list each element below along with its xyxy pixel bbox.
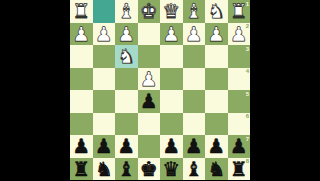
square-g4[interactable] [93,68,116,91]
letterbox-left [0,0,70,180]
square-f1[interactable]: ♝ [115,0,138,23]
square-h6[interactable] [70,113,93,136]
square-e3[interactable] [138,45,161,68]
square-f2[interactable]: ♟ [115,23,138,46]
square-g7[interactable]: ♟ [93,135,116,158]
square-c2[interactable]: ♟ [183,23,206,46]
square-g1[interactable] [93,0,116,23]
square-d7[interactable]: ♟ [160,135,183,158]
rank-label-1: 1 [246,1,249,7]
piece-white-pawn[interactable]: ♟ [140,68,158,91]
square-d8[interactable]: ♛ [160,158,183,181]
square-c8[interactable]: ♝ [183,158,206,181]
square-e6[interactable] [138,113,161,136]
rank-label-8: 8 [246,158,249,164]
square-e8[interactable]: ♚ [138,158,161,181]
square-e7[interactable] [138,135,161,158]
square-d4[interactable] [160,68,183,91]
square-a6[interactable]: 6 [228,113,251,136]
square-b3[interactable] [205,45,228,68]
piece-black-knight[interactable]: ♞ [95,158,113,181]
rank-label-7: 7 [246,136,249,142]
piece-black-knight[interactable]: ♞ [207,158,225,181]
square-e2[interactable] [138,23,161,46]
letterbox-right [250,0,320,180]
square-g3[interactable] [93,45,116,68]
square-h4[interactable] [70,68,93,91]
rank-label-6: 6 [246,113,249,119]
square-h3[interactable] [70,45,93,68]
square-b1[interactable]: ♞ [205,0,228,23]
square-d1[interactable]: ♛ [160,0,183,23]
square-f4[interactable] [115,68,138,91]
piece-black-pawn[interactable]: ♟ [207,135,225,158]
square-c1[interactable]: ♝ [183,0,206,23]
rank-label-4: 4 [246,68,249,74]
square-b5[interactable] [205,90,228,113]
piece-white-queen[interactable]: ♛ [162,0,180,23]
square-a8[interactable]: ♜8 [228,158,251,181]
piece-white-knight[interactable]: ♞ [117,45,135,68]
square-f6[interactable] [115,113,138,136]
square-d3[interactable] [160,45,183,68]
square-f7[interactable]: ♟ [115,135,138,158]
square-h7[interactable]: ♟ [70,135,93,158]
square-a1[interactable]: ♜1 [228,0,251,23]
piece-white-bishop[interactable]: ♝ [185,0,203,23]
piece-black-pawn[interactable]: ♟ [140,90,158,113]
piece-white-pawn[interactable]: ♟ [185,23,203,46]
square-f3[interactable]: ♞ [115,45,138,68]
square-e5[interactable]: ♟ [138,90,161,113]
square-d6[interactable] [160,113,183,136]
piece-white-knight[interactable]: ♞ [207,0,225,23]
square-a5[interactable]: 5 [228,90,251,113]
square-g5[interactable] [93,90,116,113]
square-f8[interactable]: ♝ [115,158,138,181]
rank-label-3: 3 [246,46,249,52]
square-c6[interactable] [183,113,206,136]
piece-white-king[interactable]: ♚ [140,0,158,23]
square-b2[interactable]: ♟ [205,23,228,46]
square-h5[interactable] [70,90,93,113]
square-a2[interactable]: ♟2 [228,23,251,46]
square-a3[interactable]: 3 [228,45,251,68]
piece-white-pawn[interactable]: ♟ [95,23,113,46]
piece-white-pawn[interactable]: ♟ [162,23,180,46]
square-d5[interactable] [160,90,183,113]
square-c3[interactable] [183,45,206,68]
piece-white-bishop[interactable]: ♝ [117,0,135,23]
square-c4[interactable] [183,68,206,91]
piece-black-bishop[interactable]: ♝ [117,158,135,181]
piece-black-bishop[interactable]: ♝ [185,158,203,181]
square-f5[interactable] [115,90,138,113]
piece-white-rook[interactable]: ♜ [72,0,90,23]
square-g2[interactable]: ♟ [93,23,116,46]
piece-white-pawn[interactable]: ♟ [117,23,135,46]
square-c5[interactable] [183,90,206,113]
piece-black-pawn[interactable]: ♟ [95,135,113,158]
square-a7[interactable]: ♟7 [228,135,251,158]
square-b4[interactable] [205,68,228,91]
square-g8[interactable]: ♞ [93,158,116,181]
rank-label-2: 2 [246,23,249,29]
square-h1[interactable]: ♜ [70,0,93,23]
square-b7[interactable]: ♟ [205,135,228,158]
square-h8[interactable]: ♜ [70,158,93,181]
piece-black-queen[interactable]: ♛ [162,158,180,181]
screenshot-root: ♜♝♚♛♝♞♜1♟♟♟♟♟♟♟2♞3♟4♟56♟♟♟♟♟♟♟7♜♞♝♚♛♝♞♜8 [0,0,320,180]
square-e4[interactable]: ♟ [138,68,161,91]
piece-black-rook[interactable]: ♜ [72,158,90,181]
piece-white-pawn[interactable]: ♟ [207,23,225,46]
rank-label-5: 5 [246,91,249,97]
piece-black-pawn[interactable]: ♟ [117,135,135,158]
square-b8[interactable]: ♞ [205,158,228,181]
square-h2[interactable]: ♟ [70,23,93,46]
square-g6[interactable] [93,113,116,136]
square-c7[interactable]: ♟ [183,135,206,158]
square-d2[interactable]: ♟ [160,23,183,46]
piece-black-king[interactable]: ♚ [140,158,158,181]
piece-white-pawn[interactable]: ♟ [72,23,90,46]
chess-board[interactable]: ♜♝♚♛♝♞♜1♟♟♟♟♟♟♟2♞3♟4♟56♟♟♟♟♟♟♟7♜♞♝♚♛♝♞♜8 [70,0,250,180]
piece-black-pawn[interactable]: ♟ [162,135,180,158]
square-b6[interactable] [205,113,228,136]
piece-black-pawn[interactable]: ♟ [185,135,203,158]
piece-black-pawn[interactable]: ♟ [72,135,90,158]
square-a4[interactable]: 4 [228,68,251,91]
square-e1[interactable]: ♚ [138,0,161,23]
